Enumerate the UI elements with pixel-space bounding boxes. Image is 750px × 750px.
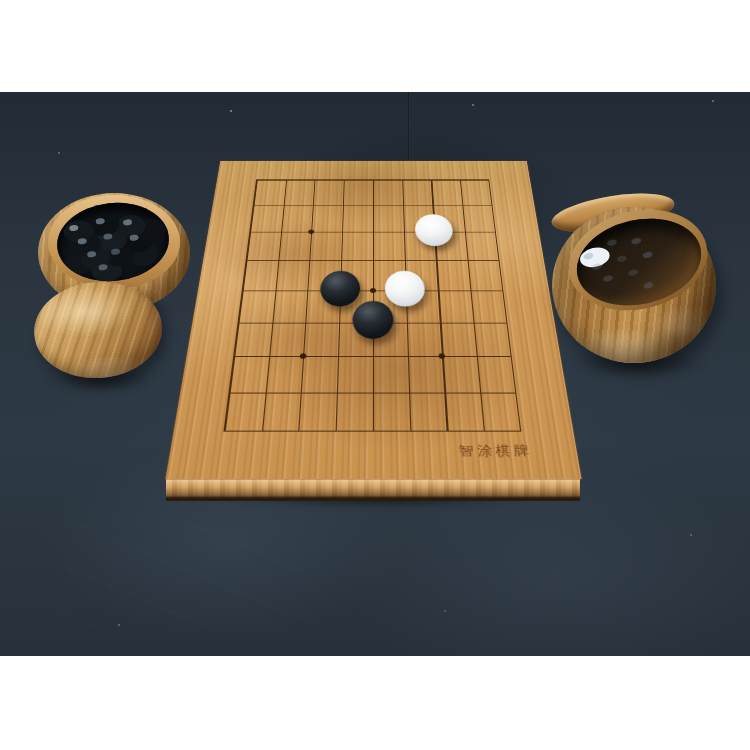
black-stones-in-bowl [63,219,95,244]
go-grid: ●●○○ [223,179,521,431]
board-front-edge [166,478,580,501]
star-point [308,230,314,234]
screenshot-frame: ●●○○ 智涂棋牌 [0,0,750,750]
star-point [370,288,376,293]
white-stone-bowl [552,207,716,363]
star-point [300,353,307,358]
board-engraving-text: 智涂棋牌 [458,442,534,461]
white-stone-F5: ○ [385,270,426,306]
black-stone-E4: ● [352,301,394,339]
go-board: ●●○○ 智涂棋牌 [165,161,581,479]
photo-background: ●●○○ 智涂棋牌 [0,92,750,656]
star-point [438,353,445,358]
backdrop-specks [230,110,232,112]
white-stone-G7: ○ [414,214,453,246]
backdrop-scratches [60,522,300,632]
black-stone-D5: ● [319,270,360,306]
